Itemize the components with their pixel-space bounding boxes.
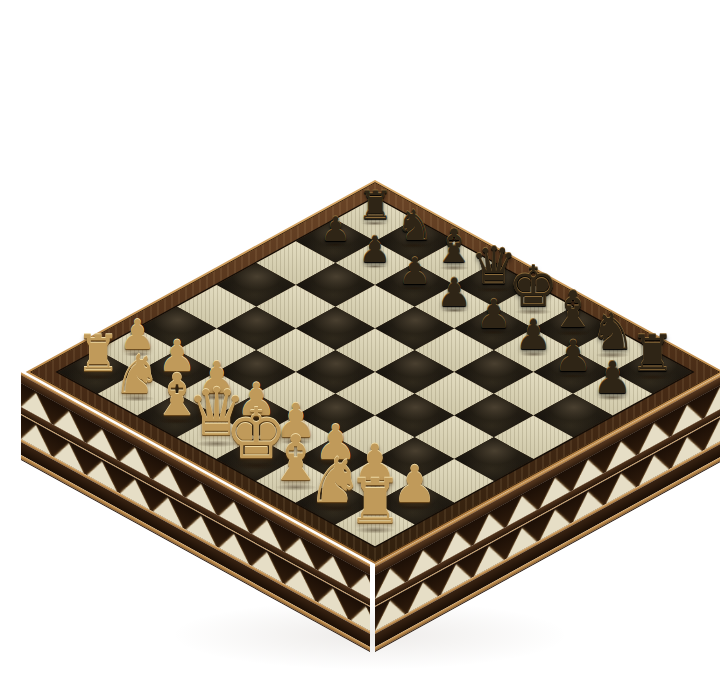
piece-black-knight-b8[interactable]: ♞ xyxy=(396,205,434,247)
bishop-glyph: ♝ xyxy=(434,224,475,270)
piece-black-pawn-b7[interactable]: ♟ xyxy=(359,232,391,268)
piece-black-bishop-c8[interactable]: ♝ xyxy=(434,224,475,270)
floor-shadow xyxy=(170,600,570,670)
piece-black-pawn-g7[interactable]: ♟ xyxy=(554,335,593,378)
piece-black-pawn-h7[interactable]: ♟ xyxy=(593,356,632,400)
piece-black-pawn-c7[interactable]: ♟ xyxy=(398,253,431,290)
rook-glyph: ♜ xyxy=(358,186,393,225)
pawn-glyph: ♟ xyxy=(515,315,552,356)
piece-black-pawn-e7[interactable]: ♟ xyxy=(476,294,512,334)
piece-black-rook-h8[interactable]: ♜ xyxy=(630,329,675,379)
pawn-glyph: ♟ xyxy=(554,335,593,378)
piece-black-rook-a8[interactable]: ♜ xyxy=(358,186,393,225)
piece-black-pawn-d7[interactable]: ♟ xyxy=(437,273,472,312)
pawn-glyph: ♟ xyxy=(320,212,350,246)
piece-white-rook-h1[interactable]: ♜ xyxy=(347,471,403,533)
piece-black-pawn-f7[interactable]: ♟ xyxy=(515,315,552,356)
knight-glyph: ♞ xyxy=(590,306,636,357)
piece-black-pawn-a7[interactable]: ♟ xyxy=(320,212,350,246)
rook-glyph: ♜ xyxy=(630,329,675,379)
pawn-glyph: ♟ xyxy=(476,294,512,334)
knight-glyph: ♞ xyxy=(396,205,434,247)
pawn-glyph: ♟ xyxy=(437,273,472,312)
rook-glyph: ♜ xyxy=(347,471,403,533)
chess-set-photo[interactable]: ♜♞♝♛♚♝♞♜♟♟♟♟♟♟♟♟♟♟♟♟♟♟♟♟♜♞♝♛♚♝♞♜ xyxy=(0,0,720,700)
piece-black-knight-g8[interactable]: ♞ xyxy=(590,306,636,357)
pawn-glyph: ♟ xyxy=(398,253,431,290)
pawn-glyph: ♟ xyxy=(359,232,391,268)
pawn-glyph: ♟ xyxy=(593,356,632,400)
